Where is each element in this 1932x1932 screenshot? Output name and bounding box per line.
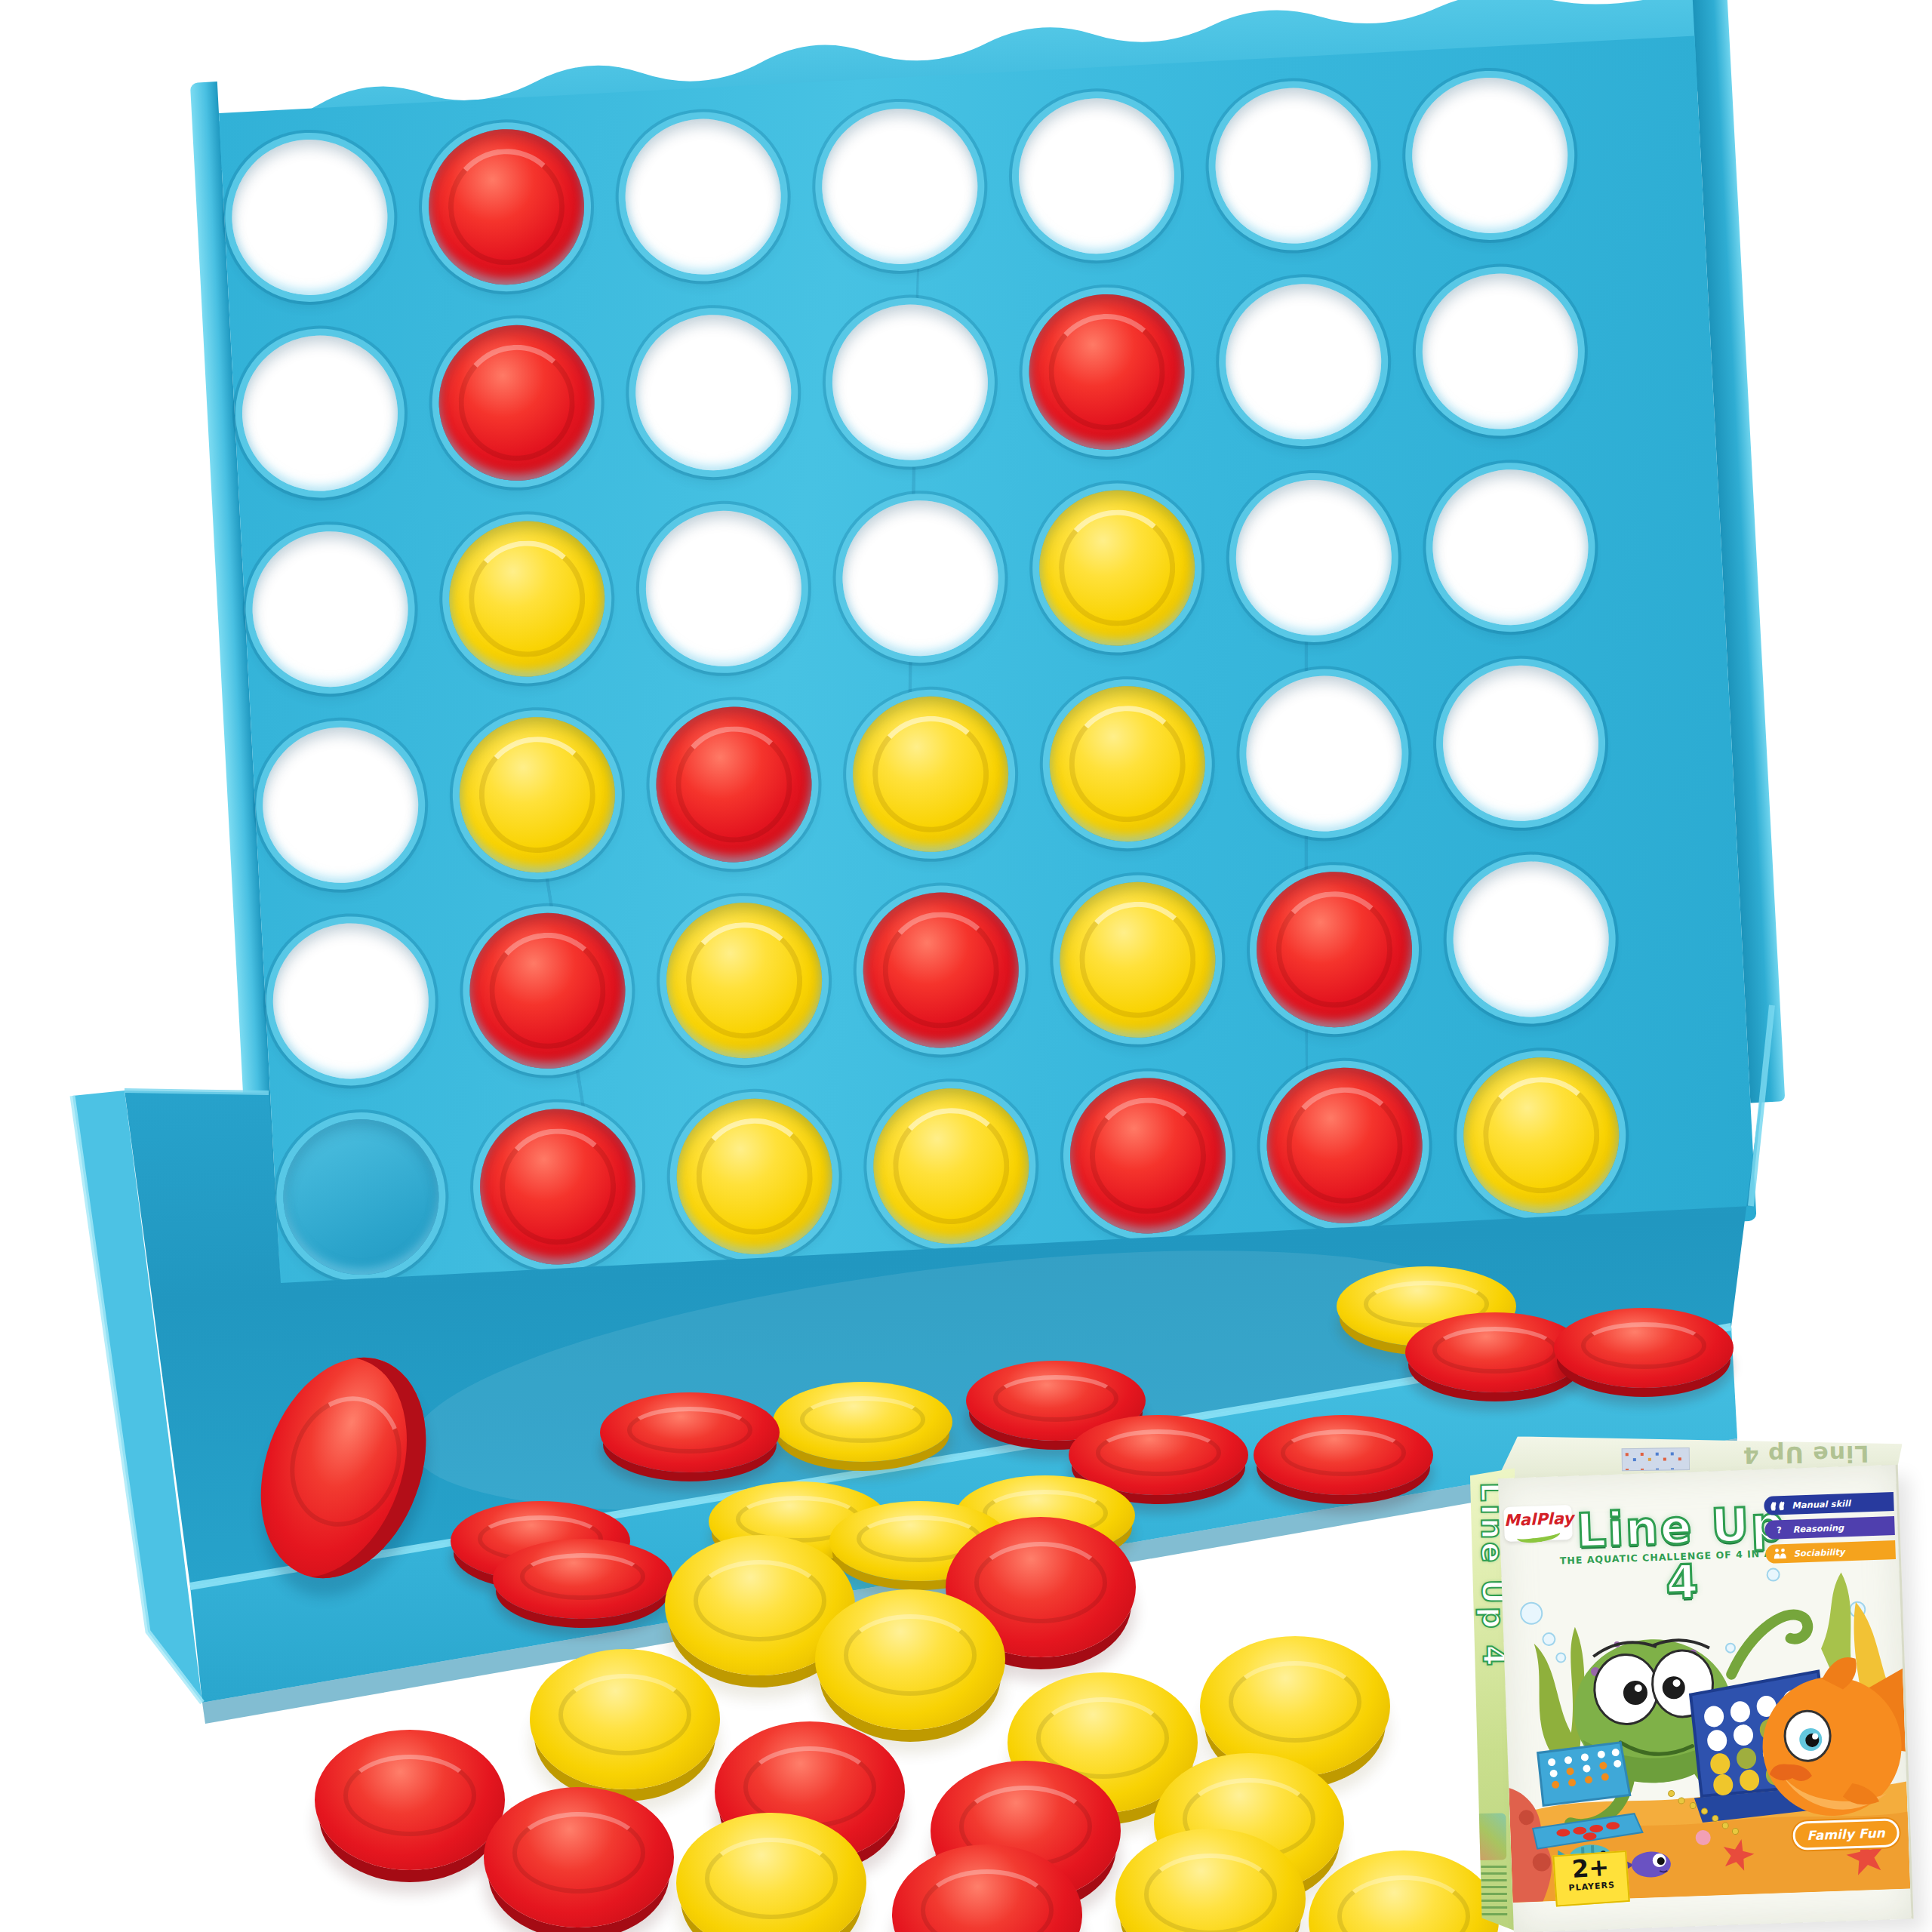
badge-manual-skill: Manual skill <box>1764 1492 1894 1515</box>
red-disc-loose <box>484 1787 674 1927</box>
question-icon: ? <box>1770 1524 1788 1536</box>
box-front-face: MalPlay Line Up 4 THE AQUATIC CHALLENGE … <box>1498 1465 1914 1932</box>
family-fun-badge: Family Fun <box>1792 1818 1900 1850</box>
box-spine-smallprint <box>1481 1866 1507 1917</box>
red-disc-loose <box>315 1730 505 1870</box>
badge-reasoning: ? Reasoning <box>1764 1516 1895 1540</box>
product-box: Line Up 4 Line Up 4 MalPlay Line Up 4 TH… <box>1449 1431 1932 1932</box>
players-box: 2+ PLAYERS <box>1552 1850 1630 1907</box>
box-spine-artwork <box>1475 1814 1506 1861</box>
badge-label: Reasoning <box>1792 1522 1844 1534</box>
yellow-disc-loose <box>815 1589 1005 1730</box>
box-illustration <box>1501 1555 1910 1903</box>
people-icon <box>1771 1548 1789 1560</box>
product-photo-scene: Line Up 4 Line Up 4 MalPlay Line Up 4 TH… <box>0 0 1932 1932</box>
badge-label: Manual skill <box>1792 1497 1850 1510</box>
hands-icon <box>1770 1500 1787 1512</box>
box-top-grid-image <box>1622 1447 1690 1471</box>
yellow-disc-loose <box>530 1649 720 1789</box>
box-badges: Manual skill ? Reasoning Sociability <box>1764 1492 1896 1564</box>
box-top-title: Line Up 4 <box>1743 1441 1869 1469</box>
